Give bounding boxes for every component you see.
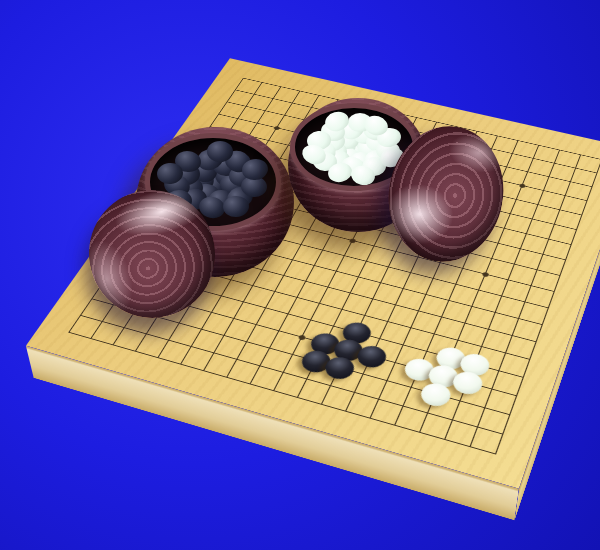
black-stone: [298, 348, 335, 375]
white-stone: [417, 380, 453, 409]
white-stone: [433, 344, 468, 371]
bowl-stone: [207, 141, 233, 162]
black-stone: [307, 330, 343, 357]
hoshi-dot: [273, 126, 280, 130]
white-stone: [457, 351, 492, 379]
black-stone: [330, 336, 366, 363]
hoshi-dot: [298, 334, 306, 340]
table-background: [0, 0, 600, 550]
hoshi-dot: [439, 373, 447, 379]
white-stone: [425, 362, 461, 390]
hoshi-dot: [482, 271, 490, 277]
hoshi-dot: [519, 183, 526, 188]
hoshi-dot: [349, 238, 357, 243]
black-stone: [339, 319, 375, 345]
white-stone: [401, 356, 437, 384]
bowl-stone: [223, 196, 250, 218]
white-stone: [450, 369, 486, 397]
black-stone: [321, 354, 358, 382]
black-stone: [354, 343, 390, 370]
